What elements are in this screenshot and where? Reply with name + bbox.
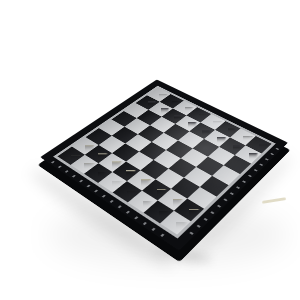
white-rook-glyph: ♜ <box>141 176 210 228</box>
product-photo: ♜♞♝♛♚♝♞♜♟♟♟♟♟♟♟♟♟♟♟♟♟♟♟♟♜♞♝♛♚♝♞♜ <box>0 0 300 300</box>
black-pawn-glyph: ♟ <box>218 119 279 159</box>
chess-board: ♜♞♝♛♚♝♞♜♟♟♟♟♟♟♟♟♟♟♟♟♟♟♟♟♜♞♝♛♚♝♞♜ <box>40 80 288 251</box>
backdrop-speck <box>262 197 286 204</box>
